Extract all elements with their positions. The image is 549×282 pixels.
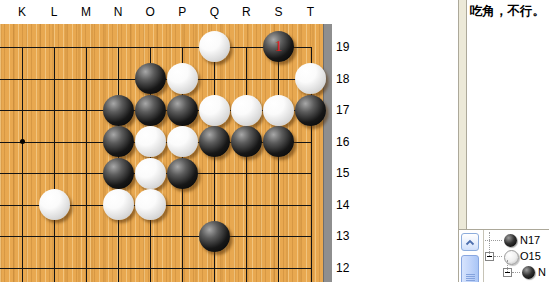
tree-node-O15[interactable]: O15	[484, 248, 549, 264]
stone-R16	[231, 126, 262, 157]
stone-P18	[167, 63, 198, 94]
black-stone-icon	[504, 234, 517, 247]
stone-N15	[103, 158, 134, 189]
row-label-19: 19	[336, 40, 356, 54]
row-label-12: 12	[336, 261, 356, 275]
tree-node-N17[interactable]: N17	[484, 232, 549, 248]
column-label-R: R	[237, 5, 255, 19]
stone-Q16	[199, 126, 230, 157]
tree-connector	[512, 272, 520, 274]
stone-N16	[103, 126, 134, 157]
stone-O17	[135, 95, 166, 126]
column-label-S: S	[269, 5, 287, 19]
stone-R17	[231, 95, 262, 126]
comment-text: 吃角，不行。	[470, 3, 545, 20]
column-label-M: M	[77, 5, 95, 19]
column-label-N: N	[109, 5, 127, 19]
tree-node-label: N17	[520, 234, 540, 246]
move-number-label: 1	[263, 31, 294, 62]
tree-node-N[interactable]: N	[484, 264, 549, 280]
comment-panel: 吃角，不行。	[467, 0, 549, 229]
column-label-Q: Q	[205, 5, 223, 19]
stone-N14	[103, 189, 134, 220]
row-label-17: 17	[336, 103, 356, 117]
row-label-13: 13	[336, 229, 356, 243]
row-label-18: 18	[336, 72, 356, 86]
row-label-15: 15	[336, 166, 356, 180]
stone-O15	[135, 158, 166, 189]
stone-P15	[167, 158, 198, 189]
stone-Q13	[199, 221, 230, 252]
stone-S17	[263, 95, 294, 126]
variation-tree-panel: N17O15N	[459, 230, 549, 282]
tree-connector	[489, 232, 491, 256]
scroll-up-button[interactable]	[461, 233, 479, 251]
tree-connector	[494, 256, 502, 258]
tree-connector	[485, 240, 502, 242]
column-label-T: T	[302, 5, 320, 19]
stone-N17	[103, 95, 134, 126]
stone-T17	[295, 95, 326, 126]
stone-P17	[167, 95, 198, 126]
row-label-16: 16	[336, 135, 356, 149]
tree-node-label: N	[538, 266, 546, 278]
stone-L14	[39, 189, 70, 220]
stone-S16	[263, 126, 294, 157]
tree-connector	[507, 260, 509, 272]
tree-scrollbar[interactable]	[461, 233, 479, 282]
stone-O14	[135, 189, 166, 220]
stone-T18	[295, 63, 326, 94]
stone-P16	[167, 126, 198, 157]
row-label-14: 14	[336, 198, 356, 212]
column-label-O: O	[141, 5, 159, 19]
stone-Q19	[199, 31, 230, 62]
column-label-L: L	[45, 5, 63, 19]
board-area: KLMNOPQRST 1918171615141312 1	[0, 0, 360, 282]
thumb-grip-icon	[466, 274, 475, 281]
stone-S19: 1	[263, 31, 294, 62]
black-stone-icon	[522, 266, 535, 279]
right-panel: 吃角，不行。 N17O15N	[458, 0, 549, 282]
column-label-K: K	[13, 5, 31, 19]
move-tree: N17O15N	[484, 230, 549, 282]
tree-node-label: O15	[520, 250, 541, 262]
chevron-up-icon	[465, 239, 475, 246]
white-stone-icon	[504, 250, 519, 265]
stones-layer: 1	[6, 31, 326, 282]
stone-O18	[135, 63, 166, 94]
go-app-window: KLMNOPQRST 1918171615141312 1 吃角，不行。 N17…	[0, 0, 549, 282]
stone-Q17	[199, 95, 230, 126]
scrollbar-thumb[interactable]	[461, 255, 479, 282]
column-label-P: P	[173, 5, 191, 19]
stone-O16	[135, 126, 166, 157]
